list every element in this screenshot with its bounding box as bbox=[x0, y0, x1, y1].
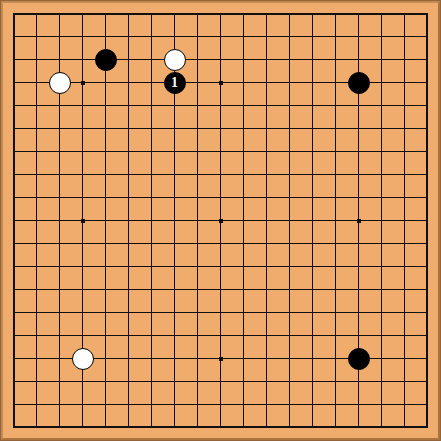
move-number-label: 1 bbox=[171, 76, 178, 90]
stones-layer: 1 bbox=[2, 2, 439, 439]
black-stone-Q4 bbox=[348, 348, 370, 370]
black-stone-Q16 bbox=[348, 72, 370, 94]
black-stone-E17 bbox=[95, 49, 117, 71]
black-stone-H16: 1 bbox=[164, 72, 186, 94]
white-stone-C16 bbox=[49, 72, 71, 94]
go-board: 1 bbox=[0, 0, 441, 441]
go-diagram: 1 bbox=[0, 0, 441, 441]
white-stone-H17 bbox=[164, 49, 186, 71]
white-stone-D4 bbox=[72, 348, 94, 370]
